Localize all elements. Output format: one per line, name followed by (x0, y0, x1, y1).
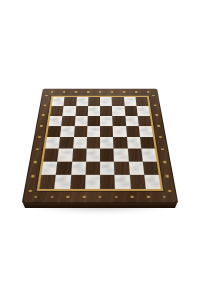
square-e8 (100, 97, 112, 106)
square-b2 (56, 161, 72, 174)
coordinate-mark (99, 196, 102, 199)
square-a6 (49, 116, 63, 126)
coordinate-mark (135, 91, 137, 92)
square-b1 (54, 175, 70, 189)
square-h3 (141, 149, 157, 161)
square-f3 (114, 149, 129, 161)
coordinate-mark (159, 136, 162, 138)
square-f5 (113, 126, 127, 137)
coordinate-mark (82, 196, 85, 199)
coordinate-mark (154, 104, 157, 106)
square-g7 (124, 106, 137, 116)
square-e6 (100, 116, 113, 126)
square-f1 (115, 175, 131, 189)
board-squares (37, 96, 164, 191)
square-c5 (74, 126, 88, 137)
coordinate-mark (147, 196, 150, 199)
product-photo (0, 0, 200, 300)
coordinate-mark (50, 196, 53, 199)
square-g6 (125, 116, 139, 126)
coordinate-mark (42, 114, 45, 116)
coordinate-mark (34, 161, 37, 163)
coordinate-mark (163, 161, 166, 163)
square-f6 (112, 116, 125, 126)
square-b3 (58, 149, 73, 161)
square-d8 (88, 97, 100, 106)
square-c8 (76, 97, 88, 106)
coordinate-mark (155, 114, 158, 116)
square-g4 (127, 137, 142, 149)
square-a4 (45, 137, 60, 149)
coordinate-mark (166, 175, 169, 177)
square-g2 (128, 161, 144, 174)
square-a7 (50, 106, 64, 116)
coordinate-mark (123, 91, 125, 92)
coordinate-mark (147, 91, 149, 92)
square-h4 (140, 137, 155, 149)
coordinate-mark (66, 196, 69, 199)
coordinate-mark (45, 95, 47, 96)
square-d2 (85, 161, 100, 174)
coordinate-mark (157, 125, 160, 127)
square-d7 (88, 106, 100, 116)
square-g3 (127, 149, 142, 161)
square-c4 (73, 137, 87, 149)
coordinate-mark (63, 91, 65, 92)
square-f4 (113, 137, 127, 149)
square-g5 (126, 126, 140, 137)
square-a1 (39, 175, 56, 189)
square-f8 (112, 97, 124, 106)
coordinate-mark (51, 91, 53, 92)
square-a5 (47, 126, 61, 137)
square-c7 (75, 106, 88, 116)
square-h1 (144, 175, 161, 189)
square-b6 (61, 116, 75, 126)
square-h5 (139, 126, 153, 137)
coordinate-mark (168, 190, 171, 192)
chessboard (22, 89, 178, 203)
square-e5 (100, 126, 113, 137)
coordinate-mark (36, 148, 39, 150)
coordinate-mark (29, 190, 32, 192)
square-h6 (137, 116, 151, 126)
square-b8 (64, 97, 77, 106)
square-e1 (100, 175, 115, 189)
coordinate-mark (111, 91, 113, 92)
coordinate-mark (34, 196, 37, 199)
square-c1 (70, 175, 86, 189)
square-c3 (72, 149, 87, 161)
coordinate-mark (87, 91, 89, 92)
square-d1 (85, 175, 100, 189)
coordinate-mark (131, 196, 134, 199)
square-e2 (100, 161, 115, 174)
coordinate-mark (44, 104, 47, 106)
coordinate-mark (40, 125, 43, 127)
coordinate-mark (75, 91, 77, 92)
square-c2 (71, 161, 86, 174)
square-h8 (135, 97, 148, 106)
square-g8 (124, 97, 137, 106)
square-a3 (43, 149, 59, 161)
coordinate-mark (115, 196, 118, 199)
square-h2 (142, 161, 158, 174)
square-b5 (60, 126, 74, 137)
square-e7 (100, 106, 112, 116)
square-d3 (86, 149, 100, 161)
square-h7 (136, 106, 150, 116)
square-g1 (129, 175, 145, 189)
coordinate-mark (152, 95, 154, 96)
square-e4 (100, 137, 114, 149)
square-b7 (63, 106, 76, 116)
square-b4 (59, 137, 74, 149)
coordinate-mark (31, 175, 34, 177)
square-d5 (87, 126, 100, 137)
coordinate-mark (99, 91, 101, 92)
coordinate-mark (163, 196, 166, 199)
coordinate-mark (161, 148, 164, 150)
square-f7 (112, 106, 125, 116)
coordinate-mark (38, 136, 41, 138)
square-e3 (100, 149, 114, 161)
square-c6 (74, 116, 87, 126)
square-f2 (114, 161, 129, 174)
square-a2 (41, 161, 57, 174)
square-d4 (86, 137, 100, 149)
square-d6 (87, 116, 100, 126)
